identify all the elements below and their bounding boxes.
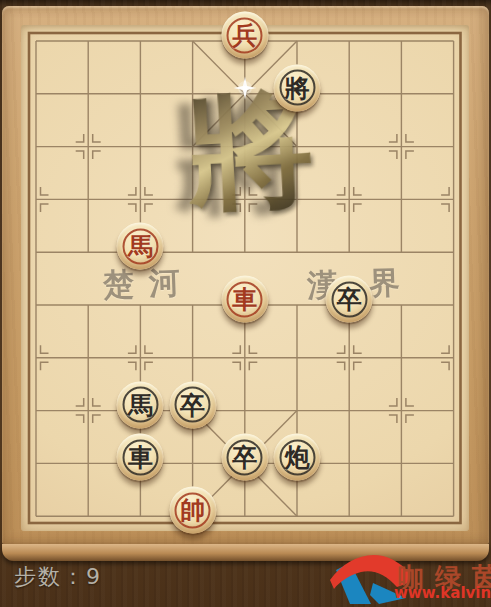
move-counter-value: 9 bbox=[86, 564, 102, 589]
piece-glyph: 將 bbox=[274, 64, 321, 111]
kalvin-logo-url: www.kalvin.cn bbox=[394, 584, 491, 602]
piece-glyph: 馬 bbox=[117, 223, 164, 270]
pieces-layer: 兵將馬車卒馬卒車卒炮帥 bbox=[0, 0, 491, 607]
piece-black-general[interactable]: 將 bbox=[274, 64, 321, 111]
piece-black-soldier[interactable]: 卒 bbox=[169, 381, 216, 428]
piece-red-horse[interactable]: 馬 bbox=[117, 223, 164, 270]
piece-glyph: 車 bbox=[221, 276, 268, 323]
piece-red-general[interactable]: 帥 bbox=[169, 487, 216, 534]
piece-black-chariot[interactable]: 車 bbox=[117, 434, 164, 481]
piece-glyph: 馬 bbox=[117, 381, 164, 428]
piece-glyph: 帥 bbox=[169, 487, 216, 534]
piece-black-soldier[interactable]: 卒 bbox=[326, 276, 373, 323]
piece-black-soldier[interactable]: 卒 bbox=[221, 434, 268, 481]
piece-glyph: 炮 bbox=[274, 434, 321, 481]
piece-glyph: 車 bbox=[117, 434, 164, 481]
piece-red-chariot[interactable]: 車 bbox=[221, 276, 268, 323]
move-counter: 步数：9 bbox=[14, 562, 102, 592]
piece-glyph: 兵 bbox=[221, 12, 268, 59]
piece-glyph: 卒 bbox=[221, 434, 268, 481]
piece-black-cannon[interactable]: 炮 bbox=[274, 434, 321, 481]
piece-glyph: 卒 bbox=[169, 381, 216, 428]
piece-red-soldier[interactable]: 兵 bbox=[221, 12, 268, 59]
piece-black-horse[interactable]: 馬 bbox=[117, 381, 164, 428]
piece-glyph: 卒 bbox=[326, 276, 373, 323]
xiangqi-game-screen: 楚河 漢界 將 將 兵將馬車卒馬卒車卒炮帥 步数：9 咖绿茵 www.kalvi… bbox=[0, 0, 491, 607]
move-counter-label: 步数： bbox=[14, 564, 86, 589]
